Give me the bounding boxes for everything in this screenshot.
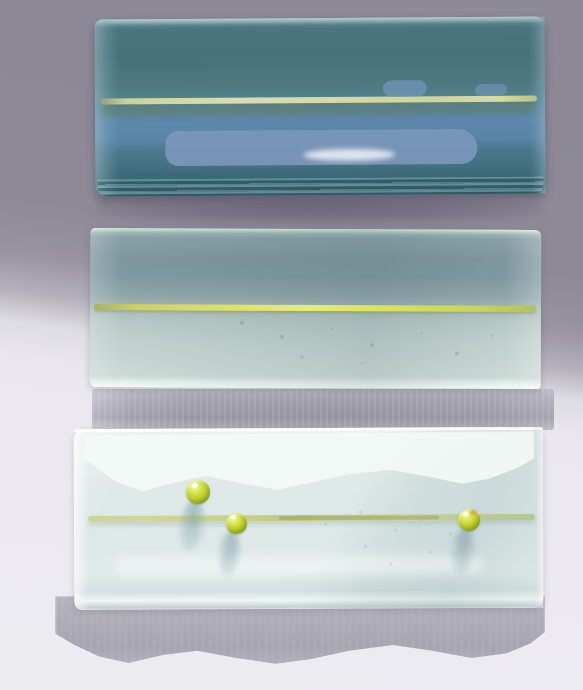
glass-bead-3 bbox=[458, 509, 480, 531]
bead-shadow-1 bbox=[176, 499, 208, 553]
glass-bead-1 bbox=[186, 480, 210, 504]
bead-layer bbox=[0, 0, 583, 690]
bead-shadow-2 bbox=[216, 530, 244, 578]
bead-shadow-3 bbox=[448, 527, 478, 577]
glass-bead-2 bbox=[226, 513, 247, 534]
photo-canvas bbox=[0, 0, 583, 690]
